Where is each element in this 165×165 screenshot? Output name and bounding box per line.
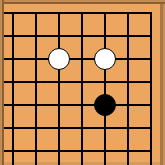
stones-grid bbox=[2, 2, 163, 163]
white-stone bbox=[48, 48, 70, 70]
black-stone bbox=[94, 94, 116, 116]
white-stone bbox=[94, 48, 116, 70]
go-board[interactable] bbox=[0, 0, 165, 165]
